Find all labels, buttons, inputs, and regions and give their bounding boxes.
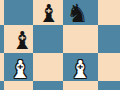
board-square[interactable]	[98, 0, 120, 25]
chess-app-window: ♝♞♝♝♝	[0, 0, 120, 90]
board-square[interactable]	[98, 81, 120, 90]
board-square[interactable]	[33, 25, 63, 53]
board-square[interactable]	[33, 81, 63, 90]
white-bishop[interactable]: ♝	[9, 57, 31, 82]
board-square[interactable]	[98, 53, 120, 81]
black-knight[interactable]: ♞	[66, 0, 88, 25]
board-square[interactable]	[98, 25, 120, 53]
white-bishop[interactable]: ♝	[69, 57, 91, 82]
board-square[interactable]	[4, 0, 33, 25]
board-square[interactable]	[63, 25, 98, 53]
black-bishop[interactable]: ♝	[11, 28, 33, 53]
black-bishop[interactable]: ♝	[38, 0, 60, 25]
board-square[interactable]	[33, 53, 63, 81]
